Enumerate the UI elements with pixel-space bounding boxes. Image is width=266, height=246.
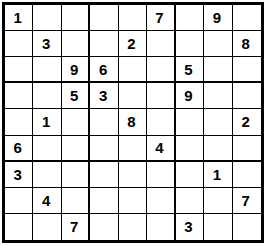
sudoku-cell-r2c9[interactable]: 8 [233, 31, 261, 57]
sudoku-cell-r6c1[interactable]: 6 [5, 136, 33, 162]
sudoku-cell-r8c9[interactable]: 7 [233, 188, 261, 214]
sudoku-cell-r4c3[interactable]: 5 [62, 83, 90, 109]
sudoku-cell-r9c5[interactable] [119, 214, 147, 240]
sudoku-cell-r5c2[interactable]: 1 [33, 109, 61, 135]
sudoku-cell-r9c2[interactable] [33, 214, 61, 240]
given-digit: 9 [213, 10, 221, 25]
sudoku-cell-r3c3[interactable]: 9 [62, 57, 90, 83]
sudoku-cell-r5c6[interactable] [147, 109, 175, 135]
sudoku-cell-r2c6[interactable] [147, 31, 175, 57]
sudoku-cell-r3c4[interactable]: 6 [90, 57, 118, 83]
given-digit: 8 [127, 114, 135, 129]
given-digit: 5 [70, 88, 78, 103]
sudoku-cell-r4c4[interactable]: 3 [90, 83, 118, 109]
given-digit: 4 [155, 140, 163, 155]
sudoku-cell-r7c2[interactable] [33, 162, 61, 188]
sudoku-board: 17932896553918264314773 [2, 2, 264, 243]
sudoku-cell-r6c5[interactable] [119, 136, 147, 162]
given-digit: 9 [184, 88, 192, 103]
given-digit: 1 [14, 10, 22, 25]
sudoku-cell-r4c9[interactable] [233, 83, 261, 109]
sudoku-cell-r8c7[interactable] [176, 188, 204, 214]
sudoku-cell-r1c2[interactable] [33, 5, 61, 31]
given-digit: 2 [127, 36, 135, 51]
sudoku-cell-r1c5[interactable] [119, 5, 147, 31]
sudoku-cell-r1c4[interactable] [90, 5, 118, 31]
sudoku-cell-r2c1[interactable] [5, 31, 33, 57]
sudoku-cell-r9c8[interactable] [204, 214, 232, 240]
sudoku-cell-r8c4[interactable] [90, 188, 118, 214]
given-digit: 3 [42, 36, 50, 51]
sudoku-cell-r3c7[interactable]: 5 [176, 57, 204, 83]
sudoku-cell-r7c8[interactable]: 1 [204, 162, 232, 188]
sudoku-cell-r2c4[interactable] [90, 31, 118, 57]
sudoku-cell-r7c4[interactable] [90, 162, 118, 188]
sudoku-cell-r5c7[interactable] [176, 109, 204, 135]
sudoku-cell-r3c8[interactable] [204, 57, 232, 83]
sudoku-cell-r5c1[interactable] [5, 109, 33, 135]
given-digit: 7 [242, 193, 250, 208]
given-digit: 7 [70, 219, 78, 234]
sudoku-cell-r7c7[interactable] [176, 162, 204, 188]
sudoku-cell-r4c8[interactable] [204, 83, 232, 109]
sudoku-cell-r8c6[interactable] [147, 188, 175, 214]
sudoku-cell-r9c1[interactable] [5, 214, 33, 240]
sudoku-cell-r3c2[interactable] [33, 57, 61, 83]
sudoku-cell-r5c4[interactable] [90, 109, 118, 135]
sudoku-cell-r7c3[interactable] [62, 162, 90, 188]
sudoku-cell-r9c6[interactable] [147, 214, 175, 240]
sudoku-cell-r8c5[interactable] [119, 188, 147, 214]
given-digit: 7 [155, 10, 163, 25]
sudoku-cell-r6c2[interactable] [33, 136, 61, 162]
sudoku-cell-r3c5[interactable] [119, 57, 147, 83]
given-digit: 5 [184, 62, 192, 77]
given-digit: 9 [70, 62, 78, 77]
given-digit: 3 [99, 88, 107, 103]
sudoku-cell-r5c8[interactable] [204, 109, 232, 135]
given-digit: 1 [42, 114, 50, 129]
given-digit: 2 [242, 114, 250, 129]
sudoku-cell-r6c4[interactable] [90, 136, 118, 162]
sudoku-cell-r6c3[interactable] [62, 136, 90, 162]
given-digit: 1 [213, 167, 221, 182]
sudoku-cell-r6c7[interactable] [176, 136, 204, 162]
sudoku-cell-r4c1[interactable] [5, 83, 33, 109]
sudoku-cell-r8c8[interactable] [204, 188, 232, 214]
given-digit: 4 [42, 193, 50, 208]
sudoku-cell-r7c6[interactable] [147, 162, 175, 188]
sudoku-cell-r9c9[interactable] [233, 214, 261, 240]
sudoku-cell-r8c3[interactable] [62, 188, 90, 214]
sudoku-cell-r9c4[interactable] [90, 214, 118, 240]
sudoku-cell-r7c9[interactable] [233, 162, 261, 188]
sudoku-cell-r1c7[interactable] [176, 5, 204, 31]
sudoku-cell-r1c8[interactable]: 9 [204, 5, 232, 31]
sudoku-cell-r8c1[interactable] [5, 188, 33, 214]
sudoku-cell-r5c5[interactable]: 8 [119, 109, 147, 135]
given-digit: 8 [242, 36, 250, 51]
sudoku-cell-r5c3[interactable] [62, 109, 90, 135]
sudoku-cell-r2c5[interactable]: 2 [119, 31, 147, 57]
sudoku-cell-r1c9[interactable] [233, 5, 261, 31]
sudoku-page: 17932896553918264314773 [0, 0, 266, 246]
sudoku-cell-r6c9[interactable] [233, 136, 261, 162]
sudoku-cell-r5c9[interactable]: 2 [233, 109, 261, 135]
sudoku-cell-r8c2[interactable]: 4 [33, 188, 61, 214]
sudoku-cell-r2c7[interactable] [176, 31, 204, 57]
sudoku-cell-r2c3[interactable] [62, 31, 90, 57]
sudoku-cell-r4c6[interactable] [147, 83, 175, 109]
sudoku-cell-r3c9[interactable] [233, 57, 261, 83]
sudoku-cell-r3c6[interactable] [147, 57, 175, 83]
given-digit: 6 [99, 62, 107, 77]
sudoku-cell-r6c8[interactable] [204, 136, 232, 162]
sudoku-cell-r4c5[interactable] [119, 83, 147, 109]
given-digit: 6 [14, 140, 22, 155]
given-digit: 3 [184, 219, 192, 234]
sudoku-cell-r1c3[interactable] [62, 5, 90, 31]
sudoku-cell-r9c3[interactable]: 7 [62, 214, 90, 240]
sudoku-cell-r7c1[interactable]: 3 [5, 162, 33, 188]
sudoku-cell-r1c6[interactable]: 7 [147, 5, 175, 31]
sudoku-cell-r4c2[interactable] [33, 83, 61, 109]
given-digit: 3 [14, 167, 22, 182]
sudoku-cell-r9c7[interactable]: 3 [176, 214, 204, 240]
sudoku-cell-r1c1[interactable]: 1 [5, 5, 33, 31]
sudoku-cell-r6c6[interactable]: 4 [147, 136, 175, 162]
sudoku-cell-r2c2[interactable]: 3 [33, 31, 61, 57]
sudoku-cell-r7c5[interactable] [119, 162, 147, 188]
sudoku-cell-r3c1[interactable] [5, 57, 33, 83]
sudoku-cell-r2c8[interactable] [204, 31, 232, 57]
sudoku-cell-r4c7[interactable]: 9 [176, 83, 204, 109]
